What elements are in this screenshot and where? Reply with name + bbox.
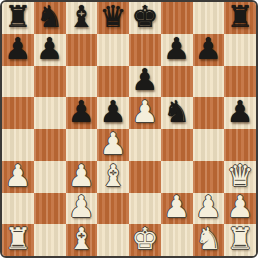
- square-d3[interactable]: ♝: [97, 161, 129, 193]
- square-b1[interactable]: [34, 224, 66, 256]
- piece-white-pawn: ♟: [195, 192, 222, 222]
- square-c4[interactable]: [66, 129, 98, 161]
- square-e3[interactable]: [129, 161, 161, 193]
- square-f1[interactable]: [161, 224, 193, 256]
- square-d4[interactable]: ♟: [97, 129, 129, 161]
- square-h3[interactable]: ♛: [224, 161, 256, 193]
- square-h4[interactable]: [224, 129, 256, 161]
- square-e2[interactable]: [129, 193, 161, 225]
- piece-black-king: ♚: [131, 2, 158, 32]
- piece-white-pawn: ♟: [4, 161, 31, 191]
- piece-white-pawn: ♟: [163, 192, 190, 222]
- piece-white-pawn: ♟: [68, 161, 95, 191]
- piece-white-pawn: ♟: [68, 192, 95, 222]
- square-f4[interactable]: [161, 129, 193, 161]
- square-h2[interactable]: ♟: [224, 193, 256, 225]
- piece-black-pawn: ♟: [195, 34, 222, 64]
- square-a2[interactable]: [2, 193, 34, 225]
- square-c3[interactable]: ♟: [66, 161, 98, 193]
- piece-black-rook: ♜: [227, 2, 254, 32]
- piece-black-knight: ♞: [36, 2, 63, 32]
- square-a7[interactable]: ♟: [2, 34, 34, 66]
- piece-white-queen: ♛: [227, 161, 254, 191]
- square-c5[interactable]: ♟: [66, 97, 98, 129]
- square-b6[interactable]: [34, 66, 66, 98]
- square-g6[interactable]: [193, 66, 225, 98]
- square-d6[interactable]: [97, 66, 129, 98]
- piece-white-bishop: ♝: [100, 161, 127, 191]
- square-h6[interactable]: [224, 66, 256, 98]
- square-b7[interactable]: ♟: [34, 34, 66, 66]
- piece-white-pawn: ♟: [227, 192, 254, 222]
- square-a4[interactable]: [2, 129, 34, 161]
- square-g5[interactable]: [193, 97, 225, 129]
- piece-white-pawn: ♟: [100, 129, 127, 159]
- square-f6[interactable]: [161, 66, 193, 98]
- piece-black-pawn: ♟: [100, 97, 127, 127]
- piece-black-pawn: ♟: [131, 65, 158, 95]
- square-g4[interactable]: [193, 129, 225, 161]
- square-g2[interactable]: ♟: [193, 193, 225, 225]
- piece-white-knight: ♞: [195, 224, 222, 254]
- square-f7[interactable]: ♟: [161, 34, 193, 66]
- square-f3[interactable]: [161, 161, 193, 193]
- square-e5[interactable]: ♟: [129, 97, 161, 129]
- square-h8[interactable]: ♜: [224, 2, 256, 34]
- piece-black-pawn: ♟: [163, 34, 190, 64]
- square-b4[interactable]: [34, 129, 66, 161]
- square-c2[interactable]: ♟: [66, 193, 98, 225]
- square-c1[interactable]: ♝: [66, 224, 98, 256]
- piece-black-pawn: ♟: [227, 97, 254, 127]
- square-e4[interactable]: [129, 129, 161, 161]
- square-g8[interactable]: [193, 2, 225, 34]
- square-a6[interactable]: [2, 66, 34, 98]
- square-c7[interactable]: [66, 34, 98, 66]
- board-container: ♜♞♝♛♚♜♟♟♟♟♟♟♟♟♞♟♟♟♟♝♛♟♟♟♟♜♝♚♞♜: [0, 0, 258, 258]
- square-d7[interactable]: [97, 34, 129, 66]
- square-g1[interactable]: ♞: [193, 224, 225, 256]
- piece-black-knight: ♞: [163, 97, 190, 127]
- square-d1[interactable]: [97, 224, 129, 256]
- square-b8[interactable]: ♞: [34, 2, 66, 34]
- piece-black-queen: ♛: [100, 2, 127, 32]
- square-c8[interactable]: ♝: [66, 2, 98, 34]
- square-h1[interactable]: ♜: [224, 224, 256, 256]
- chess-board: ♜♞♝♛♚♜♟♟♟♟♟♟♟♟♞♟♟♟♟♝♛♟♟♟♟♜♝♚♞♜: [0, 0, 258, 258]
- square-a1[interactable]: ♜: [2, 224, 34, 256]
- square-b5[interactable]: [34, 97, 66, 129]
- square-g3[interactable]: [193, 161, 225, 193]
- piece-black-bishop: ♝: [68, 2, 95, 32]
- square-a3[interactable]: ♟: [2, 161, 34, 193]
- square-d5[interactable]: ♟: [97, 97, 129, 129]
- square-e1[interactable]: ♚: [129, 224, 161, 256]
- piece-white-rook: ♜: [4, 224, 31, 254]
- square-f2[interactable]: ♟: [161, 193, 193, 225]
- piece-white-bishop: ♝: [68, 224, 95, 254]
- square-b2[interactable]: [34, 193, 66, 225]
- piece-black-rook: ♜: [4, 2, 31, 32]
- piece-white-rook: ♜: [227, 224, 254, 254]
- square-f5[interactable]: ♞: [161, 97, 193, 129]
- square-e8[interactable]: ♚: [129, 2, 161, 34]
- square-c6[interactable]: [66, 66, 98, 98]
- square-h5[interactable]: ♟: [224, 97, 256, 129]
- square-d8[interactable]: ♛: [97, 2, 129, 34]
- square-f8[interactable]: [161, 2, 193, 34]
- piece-black-pawn: ♟: [36, 34, 63, 64]
- square-d2[interactable]: [97, 193, 129, 225]
- square-e7[interactable]: [129, 34, 161, 66]
- piece-white-pawn: ♟: [131, 97, 158, 127]
- square-a8[interactable]: ♜: [2, 2, 34, 34]
- piece-black-pawn: ♟: [68, 97, 95, 127]
- square-a5[interactable]: [2, 97, 34, 129]
- piece-black-pawn: ♟: [4, 34, 31, 64]
- square-e6[interactable]: ♟: [129, 66, 161, 98]
- piece-white-king: ♚: [131, 224, 158, 254]
- square-g7[interactable]: ♟: [193, 34, 225, 66]
- square-h7[interactable]: [224, 34, 256, 66]
- square-b3[interactable]: [34, 161, 66, 193]
